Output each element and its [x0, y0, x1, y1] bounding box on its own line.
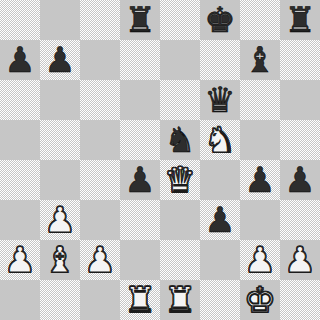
square-h3[interactable]: [280, 200, 320, 240]
square-c5[interactable]: [80, 120, 120, 160]
piece-white-bishop-b2[interactable]: ♝: [40, 240, 80, 280]
piece-white-pawn-g2[interactable]: ♟: [240, 240, 280, 280]
chess-board: ♜♚♜♟♟♝♛♞♞♟♛♟♟♟♟♟♝♟♟♟♜♜♚: [0, 0, 320, 320]
square-d8[interactable]: ♜: [120, 0, 160, 40]
square-f3[interactable]: ♟: [200, 200, 240, 240]
square-a4[interactable]: [0, 160, 40, 200]
square-g7[interactable]: ♝: [240, 40, 280, 80]
square-d3[interactable]: [120, 200, 160, 240]
piece-white-pawn-b3[interactable]: ♟: [40, 200, 80, 240]
square-d1[interactable]: ♜: [120, 280, 160, 320]
piece-white-knight-f5[interactable]: ♞: [200, 120, 240, 160]
square-h1[interactable]: [280, 280, 320, 320]
square-d5[interactable]: [120, 120, 160, 160]
square-d4[interactable]: ♟: [120, 160, 160, 200]
square-a1[interactable]: [0, 280, 40, 320]
square-c1[interactable]: [80, 280, 120, 320]
square-e5[interactable]: ♞: [160, 120, 200, 160]
square-d6[interactable]: [120, 80, 160, 120]
square-g5[interactable]: [240, 120, 280, 160]
square-f4[interactable]: [200, 160, 240, 200]
square-c7[interactable]: [80, 40, 120, 80]
square-f8[interactable]: ♚: [200, 0, 240, 40]
square-a2[interactable]: ♟: [0, 240, 40, 280]
square-d7[interactable]: [120, 40, 160, 80]
piece-white-pawn-h2[interactable]: ♟: [280, 240, 320, 280]
square-b1[interactable]: [40, 280, 80, 320]
square-g2[interactable]: ♟: [240, 240, 280, 280]
square-g3[interactable]: [240, 200, 280, 240]
square-b2[interactable]: ♝: [40, 240, 80, 280]
square-d2[interactable]: [120, 240, 160, 280]
square-f1[interactable]: [200, 280, 240, 320]
square-f6[interactable]: ♛: [200, 80, 240, 120]
square-c4[interactable]: [80, 160, 120, 200]
piece-black-rook-h8[interactable]: ♜: [280, 0, 320, 40]
piece-white-queen-e4[interactable]: ♛: [160, 160, 200, 200]
piece-black-pawn-b7[interactable]: ♟: [40, 40, 80, 80]
piece-white-king-g1[interactable]: ♚: [240, 280, 280, 320]
piece-black-pawn-g4[interactable]: ♟: [240, 160, 280, 200]
square-a7[interactable]: ♟: [0, 40, 40, 80]
piece-black-pawn-d4[interactable]: ♟: [120, 160, 160, 200]
square-e8[interactable]: [160, 0, 200, 40]
square-h2[interactable]: ♟: [280, 240, 320, 280]
square-c8[interactable]: [80, 0, 120, 40]
piece-black-rook-d8[interactable]: ♜: [120, 0, 160, 40]
square-h4[interactable]: ♟: [280, 160, 320, 200]
square-e6[interactable]: [160, 80, 200, 120]
square-a6[interactable]: [0, 80, 40, 120]
piece-white-rook-d1[interactable]: ♜: [120, 280, 160, 320]
square-e4[interactable]: ♛: [160, 160, 200, 200]
square-f2[interactable]: [200, 240, 240, 280]
square-f7[interactable]: [200, 40, 240, 80]
square-c3[interactable]: [80, 200, 120, 240]
square-g1[interactable]: ♚: [240, 280, 280, 320]
square-e7[interactable]: [160, 40, 200, 80]
piece-black-pawn-f3[interactable]: ♟: [200, 200, 240, 240]
square-a5[interactable]: [0, 120, 40, 160]
square-h5[interactable]: [280, 120, 320, 160]
square-c6[interactable]: [80, 80, 120, 120]
square-h8[interactable]: ♜: [280, 0, 320, 40]
square-b4[interactable]: [40, 160, 80, 200]
square-e3[interactable]: [160, 200, 200, 240]
square-h7[interactable]: [280, 40, 320, 80]
piece-black-pawn-h4[interactable]: ♟: [280, 160, 320, 200]
square-b5[interactable]: [40, 120, 80, 160]
square-a8[interactable]: [0, 0, 40, 40]
square-g8[interactable]: [240, 0, 280, 40]
piece-black-bishop-g7[interactable]: ♝: [240, 40, 280, 80]
square-g4[interactable]: ♟: [240, 160, 280, 200]
square-h6[interactable]: [280, 80, 320, 120]
square-e2[interactable]: [160, 240, 200, 280]
square-a3[interactable]: [0, 200, 40, 240]
piece-white-pawn-a2[interactable]: ♟: [0, 240, 40, 280]
piece-black-knight-e5[interactable]: ♞: [160, 120, 200, 160]
square-g6[interactable]: [240, 80, 280, 120]
square-c2[interactable]: ♟: [80, 240, 120, 280]
square-b8[interactable]: [40, 0, 80, 40]
piece-white-pawn-c2[interactable]: ♟: [80, 240, 120, 280]
square-b7[interactable]: ♟: [40, 40, 80, 80]
square-b3[interactable]: ♟: [40, 200, 80, 240]
piece-black-king-f8[interactable]: ♚: [200, 0, 240, 40]
square-f5[interactable]: ♞: [200, 120, 240, 160]
piece-black-pawn-a7[interactable]: ♟: [0, 40, 40, 80]
piece-black-queen-f6[interactable]: ♛: [200, 80, 240, 120]
piece-white-rook-e1[interactable]: ♜: [160, 280, 200, 320]
square-b6[interactable]: [40, 80, 80, 120]
square-e1[interactable]: ♜: [160, 280, 200, 320]
